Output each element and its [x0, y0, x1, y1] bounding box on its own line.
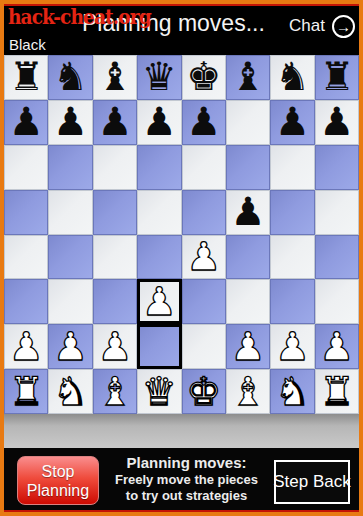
chat-arrow-icon: →	[332, 15, 355, 38]
square-b4[interactable]	[48, 235, 92, 280]
square-e3[interactable]	[182, 279, 226, 324]
square-h3[interactable]	[315, 279, 359, 324]
square-h4[interactable]	[315, 235, 359, 280]
chess-board: ♜♞♝♛♚♝♞♜♟♟♟♟♟♟♟♟♟♟♟♟♟♟♟♟♜♞♝♛♚♝♞♜	[4, 55, 359, 414]
planning-info-line1: Freely move the pieces	[104, 472, 269, 488]
square-d4[interactable]	[137, 235, 181, 280]
square-h2[interactable]: ♟	[315, 324, 359, 369]
square-b5[interactable]	[48, 190, 92, 235]
piece-black-e8[interactable]: ♚	[186, 55, 221, 99]
square-h8[interactable]: ♜	[315, 55, 359, 100]
stop-planning-button[interactable]: Stop Planning	[17, 456, 99, 505]
piece-black-g8[interactable]: ♞	[275, 55, 310, 99]
square-f3[interactable]	[226, 279, 270, 324]
square-h1[interactable]: ♜	[315, 369, 359, 414]
square-g6[interactable]	[270, 145, 314, 190]
piece-black-g7[interactable]: ♟	[275, 100, 310, 144]
piece-white-b1[interactable]: ♞	[53, 370, 88, 414]
square-c6[interactable]	[93, 145, 137, 190]
piece-black-e7[interactable]: ♟	[186, 100, 221, 144]
square-c3[interactable]	[93, 279, 137, 324]
square-g8[interactable]: ♞	[270, 55, 314, 100]
square-g1[interactable]: ♞	[270, 369, 314, 414]
piece-white-h1[interactable]: ♜	[319, 370, 354, 414]
square-f7[interactable]	[226, 100, 270, 145]
square-g7[interactable]: ♟	[270, 100, 314, 145]
square-a5[interactable]	[4, 190, 48, 235]
stop-planning-label-line1: Stop	[42, 462, 75, 481]
step-back-button[interactable]: Step Back	[274, 460, 350, 504]
square-d6[interactable]	[137, 145, 181, 190]
square-f6[interactable]	[226, 145, 270, 190]
square-d1[interactable]: ♛	[137, 369, 181, 414]
stop-planning-label-line2: Planning	[27, 481, 89, 500]
planning-info-title: Planning moves:	[104, 453, 269, 472]
square-h5[interactable]	[315, 190, 359, 235]
piece-black-d8[interactable]: ♛	[142, 55, 177, 99]
planning-info: Planning moves: Freely move the pieces t…	[104, 453, 269, 504]
square-e2[interactable]	[182, 324, 226, 369]
square-f4[interactable]	[226, 235, 270, 280]
square-c2[interactable]: ♟	[93, 324, 137, 369]
square-d7[interactable]: ♟	[137, 100, 181, 145]
piece-black-f8[interactable]: ♝	[231, 55, 266, 99]
piece-black-b7[interactable]: ♟	[53, 100, 88, 144]
square-a2[interactable]: ♟	[4, 324, 48, 369]
square-b6[interactable]	[48, 145, 92, 190]
square-a6[interactable]	[4, 145, 48, 190]
square-c8[interactable]: ♝	[93, 55, 137, 100]
square-b3[interactable]	[48, 279, 92, 324]
title-bar: Planning moves... Chat → Black	[4, 6, 359, 55]
board-bottom-shadow	[4, 414, 359, 448]
square-g3[interactable]	[270, 279, 314, 324]
piece-white-f1[interactable]: ♝	[231, 370, 266, 414]
square-f2[interactable]: ♟	[226, 324, 270, 369]
piece-white-c2[interactable]: ♟	[97, 325, 132, 369]
piece-black-h7[interactable]: ♟	[319, 100, 354, 144]
piece-white-d3[interactable]: ♟	[142, 280, 177, 324]
square-h6[interactable]	[315, 145, 359, 190]
square-a3[interactable]	[4, 279, 48, 324]
square-b8[interactable]: ♞	[48, 55, 92, 100]
square-d2[interactable]	[137, 324, 181, 369]
piece-white-c1[interactable]: ♝	[97, 370, 132, 414]
piece-black-c8[interactable]: ♝	[97, 55, 132, 99]
piece-black-h8[interactable]: ♜	[319, 55, 354, 99]
square-e8[interactable]: ♚	[182, 55, 226, 100]
piece-white-d1[interactable]: ♛	[142, 370, 177, 414]
square-e4[interactable]: ♟	[182, 235, 226, 280]
piece-black-b8[interactable]: ♞	[53, 55, 88, 99]
piece-white-f2[interactable]: ♟	[231, 325, 266, 369]
chat-button[interactable]: Chat →	[289, 14, 355, 38]
square-f8[interactable]: ♝	[226, 55, 270, 100]
piece-black-c7[interactable]: ♟	[97, 100, 132, 144]
square-d8[interactable]: ♛	[137, 55, 181, 100]
piece-white-g2[interactable]: ♟	[275, 325, 310, 369]
square-g2[interactable]: ♟	[270, 324, 314, 369]
square-c5[interactable]	[93, 190, 137, 235]
app-window: hack-cheat.org Planning moves... Chat → …	[0, 0, 363, 516]
square-e6[interactable]	[182, 145, 226, 190]
piece-black-a8[interactable]: ♜	[9, 55, 44, 99]
piece-white-a2[interactable]: ♟	[9, 325, 44, 369]
player-to-move-label: Black	[9, 36, 46, 54]
piece-white-b2[interactable]: ♟	[53, 325, 88, 369]
square-e7[interactable]: ♟	[182, 100, 226, 145]
square-c4[interactable]	[93, 235, 137, 280]
square-a8[interactable]: ♜	[4, 55, 48, 100]
piece-white-e1[interactable]: ♚	[186, 370, 221, 414]
piece-white-e4[interactable]: ♟	[186, 235, 221, 279]
square-b2[interactable]: ♟	[48, 324, 92, 369]
square-f5[interactable]: ♟	[226, 190, 270, 235]
square-a4[interactable]	[4, 235, 48, 280]
bottom-toolbar: Stop Planning Planning moves: Freely mov…	[4, 448, 359, 510]
square-g4[interactable]	[270, 235, 314, 280]
square-c7[interactable]: ♟	[93, 100, 137, 145]
piece-white-g1[interactable]: ♞	[275, 370, 310, 414]
square-c1[interactable]: ♝	[93, 369, 137, 414]
planning-info-line2: to try out strategies	[104, 488, 269, 504]
piece-black-a7[interactable]: ♟	[9, 100, 44, 144]
square-b1[interactable]: ♞	[48, 369, 92, 414]
square-h7[interactable]: ♟	[315, 100, 359, 145]
square-b7[interactable]: ♟	[48, 100, 92, 145]
page-title: Planning moves...	[82, 10, 265, 36]
chat-label: Chat	[289, 14, 325, 38]
square-e1[interactable]: ♚	[182, 369, 226, 414]
piece-white-h2[interactable]: ♟	[319, 325, 354, 369]
square-f1[interactable]: ♝	[226, 369, 270, 414]
square-a7[interactable]: ♟	[4, 100, 48, 145]
square-d3[interactable]: ♟	[137, 279, 181, 324]
square-a1[interactable]: ♜	[4, 369, 48, 414]
square-e5[interactable]	[182, 190, 226, 235]
piece-black-d7[interactable]: ♟	[142, 100, 177, 144]
piece-white-a1[interactable]: ♜	[9, 370, 44, 414]
square-d5[interactable]	[137, 190, 181, 235]
piece-black-f5[interactable]: ♟	[231, 190, 266, 234]
square-g5[interactable]	[270, 190, 314, 235]
